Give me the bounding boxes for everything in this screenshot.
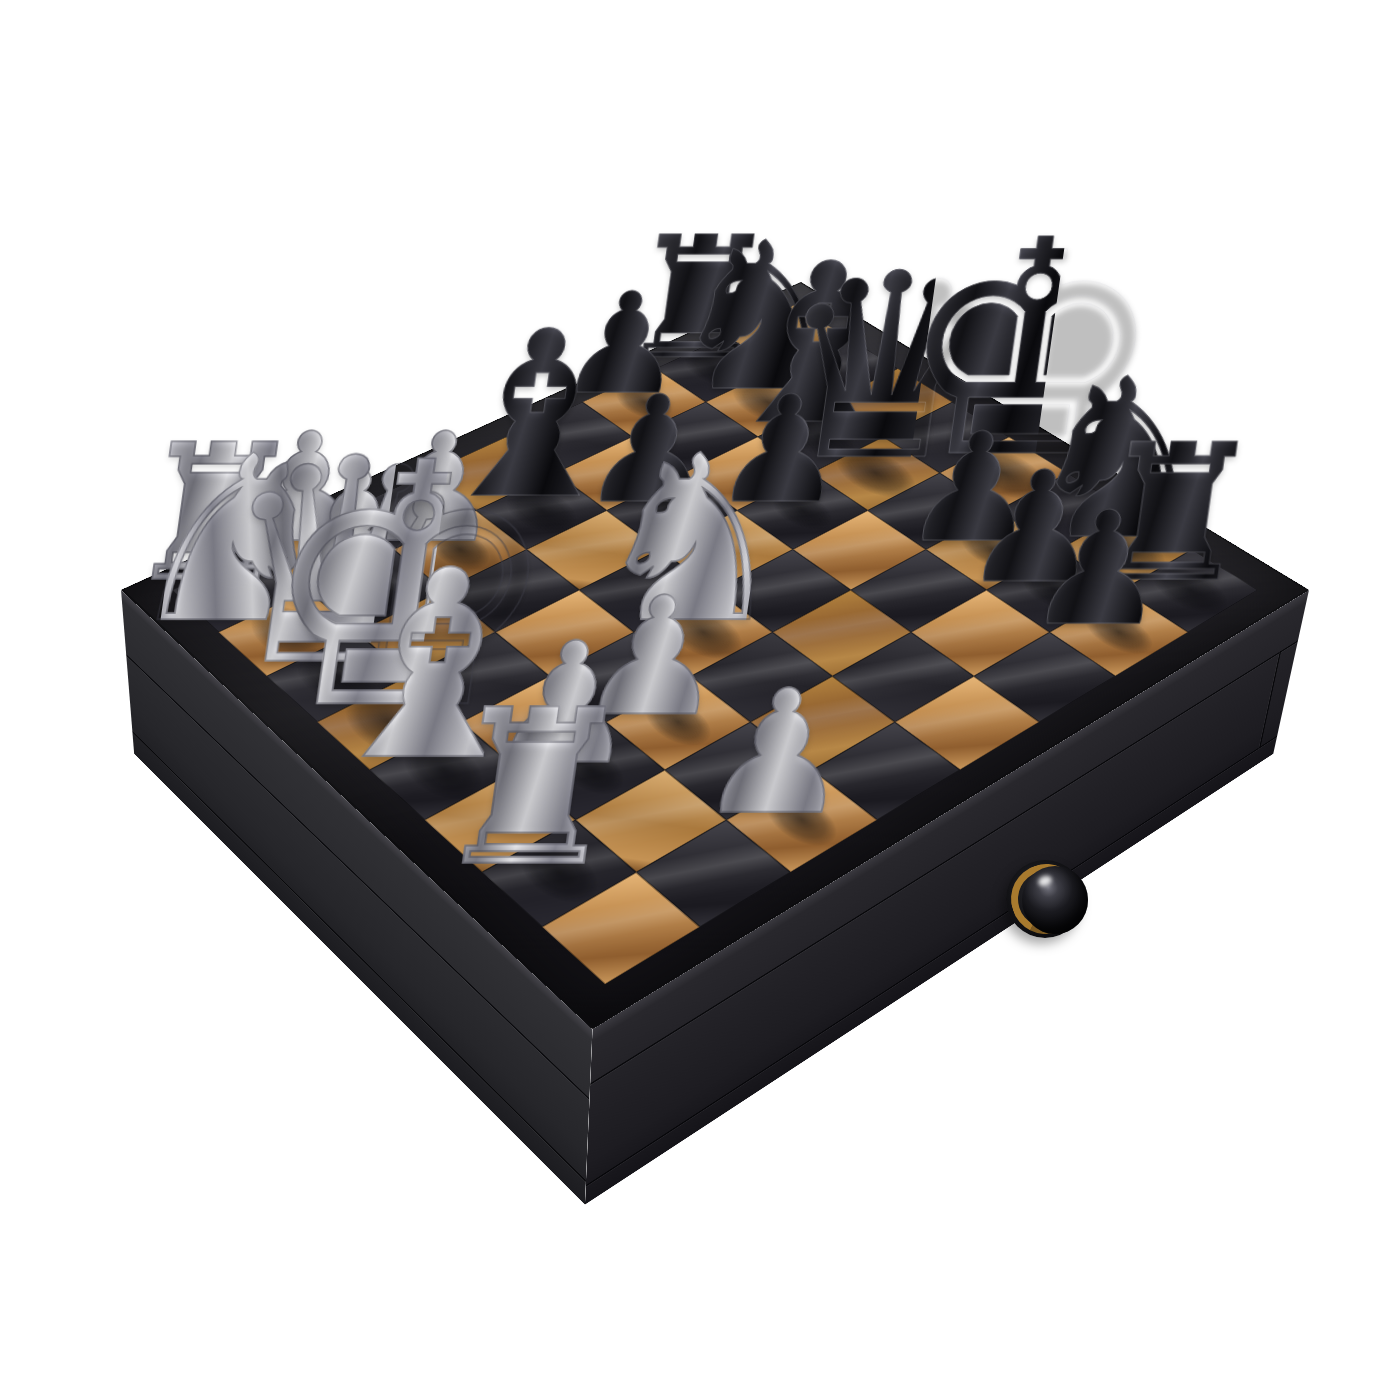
knob-dome [1022, 866, 1088, 934]
drawer-side-seam [1259, 651, 1281, 749]
piece-dark-pawn-h7[interactable]: ♟ [1008, 491, 1195, 647]
camera-skew: ♚♜♞♛♜♞♝♟♟♟♟♟♟♝♞♟♟♟♟♟♟♚♛♜♜♞♝ [0, 0, 1400, 1400]
chess-board: ♚♜♞♛♜♞♝♟♟♟♟♟♟♝♞♟♟♟♟♟♟♚♛♜♜♞♝ [121, 282, 1309, 1029]
drawer-knob[interactable] [1012, 856, 1096, 942]
piece-silver-rook-g1[interactable]: ♜ [423, 682, 637, 896]
piece-silver-pawn-h3[interactable]: ♟ [678, 668, 882, 839]
product-photo-stage: ♚♜♞♛♜♞♝♟♟♟♟♟♟♝♞♟♟♟♟♟♟♚♛♜♜♞♝ [0, 0, 1400, 1400]
scene-3d: ♚♜♞♛♜♞♝♟♟♟♟♟♟♝♞♟♟♟♟♟♟♚♛♜♜♞♝ [0, 0, 1400, 1400]
